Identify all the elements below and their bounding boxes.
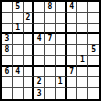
cell-r3c9[interactable] — [88, 24, 99, 35]
cell-r4c5[interactable]: 7 — [45, 34, 56, 45]
cell-r6c4[interactable] — [34, 56, 45, 67]
cell-r7c5[interactable] — [45, 67, 56, 78]
cell-r2c6[interactable] — [56, 13, 67, 24]
cell-r9c2[interactable] — [13, 88, 24, 99]
cell-r4c3[interactable] — [24, 34, 35, 45]
cell-r6c9[interactable] — [88, 56, 99, 67]
cell-r8c2[interactable] — [13, 77, 24, 88]
cell-r3c2[interactable]: 1 — [13, 24, 24, 35]
cell-r3c6[interactable] — [56, 24, 67, 35]
cell-r7c2[interactable]: 4 — [13, 67, 24, 78]
cell-r8c7[interactable] — [67, 77, 78, 88]
cell-r5c6[interactable] — [56, 45, 67, 56]
cell-r9c7[interactable] — [67, 88, 78, 99]
cell-r2c9[interactable] — [88, 13, 99, 24]
cell-r2c2[interactable] — [13, 13, 24, 24]
cell-r6c7[interactable] — [67, 56, 78, 67]
cell-r4c4[interactable]: 4 — [34, 34, 45, 45]
cell-r7c6[interactable] — [56, 67, 67, 78]
cell-r5c3[interactable] — [24, 45, 35, 56]
cell-r8c3[interactable] — [24, 77, 35, 88]
cell-r6c3[interactable] — [24, 56, 35, 67]
cell-r6c8[interactable]: 1 — [77, 56, 88, 67]
cell-r2c5[interactable] — [45, 13, 56, 24]
cell-r3c8[interactable] — [77, 24, 88, 35]
cell-r2c3[interactable]: 2 — [24, 13, 35, 24]
cell-r7c4[interactable] — [34, 67, 45, 78]
cell-r6c2[interactable] — [13, 56, 24, 67]
cell-r3c1[interactable] — [2, 24, 13, 35]
cell-r1c1[interactable] — [2, 2, 13, 13]
cell-r7c7[interactable]: 7 — [67, 67, 78, 78]
cell-r6c1[interactable] — [2, 56, 13, 67]
cell-r3c5[interactable] — [45, 24, 56, 35]
cell-r1c3[interactable] — [24, 2, 35, 13]
cell-r9c9[interactable] — [88, 88, 99, 99]
cell-r5c4[interactable] — [34, 45, 45, 56]
cell-r1c5[interactable]: 8 — [45, 2, 56, 13]
cell-r5c2[interactable] — [13, 45, 24, 56]
cell-r4c7[interactable] — [67, 34, 78, 45]
cell-r8c9[interactable] — [88, 77, 99, 88]
cell-r7c1[interactable]: 6 — [2, 67, 13, 78]
cell-r6c5[interactable] — [45, 56, 56, 67]
cell-r2c8[interactable] — [77, 13, 88, 24]
cell-r1c4[interactable] — [34, 2, 45, 13]
cell-r9c8[interactable] — [77, 88, 88, 99]
cell-r3c4[interactable] — [34, 24, 45, 35]
cell-r1c7[interactable]: 4 — [67, 2, 78, 13]
cell-r8c5[interactable] — [45, 77, 56, 88]
cell-r5c9[interactable]: 5 — [88, 45, 99, 56]
cell-r9c3[interactable] — [24, 88, 35, 99]
sudoku-board: 58421347851647213 — [0, 0, 101, 101]
cell-r7c8[interactable] — [77, 67, 88, 78]
cell-r2c7[interactable] — [67, 13, 78, 24]
cell-r4c9[interactable] — [88, 34, 99, 45]
cell-r9c5[interactable] — [45, 88, 56, 99]
cell-r8c4[interactable]: 2 — [34, 77, 45, 88]
cell-r4c8[interactable] — [77, 34, 88, 45]
cell-r5c1[interactable]: 8 — [2, 45, 13, 56]
cell-r1c9[interactable] — [88, 2, 99, 13]
cell-r3c3[interactable] — [24, 24, 35, 35]
cell-r4c6[interactable] — [56, 34, 67, 45]
cell-r1c6[interactable] — [56, 2, 67, 13]
cell-r4c2[interactable] — [13, 34, 24, 45]
cell-r2c4[interactable] — [34, 13, 45, 24]
cell-r2c1[interactable] — [2, 13, 13, 24]
cell-r6c6[interactable] — [56, 56, 67, 67]
cell-r9c6[interactable] — [56, 88, 67, 99]
cell-r9c4[interactable]: 3 — [34, 88, 45, 99]
cell-r8c6[interactable]: 1 — [56, 77, 67, 88]
cell-r8c8[interactable] — [77, 77, 88, 88]
cell-r7c9[interactable] — [88, 67, 99, 78]
cell-r1c8[interactable] — [77, 2, 88, 13]
cell-r3c7[interactable] — [67, 24, 78, 35]
cell-r1c2[interactable]: 5 — [13, 2, 24, 13]
cell-r5c7[interactable] — [67, 45, 78, 56]
cell-r5c8[interactable] — [77, 45, 88, 56]
cell-r4c1[interactable]: 3 — [2, 34, 13, 45]
cell-r9c1[interactable] — [2, 88, 13, 99]
cell-r8c1[interactable] — [2, 77, 13, 88]
cell-r7c3[interactable] — [24, 67, 35, 78]
cell-r5c5[interactable] — [45, 45, 56, 56]
